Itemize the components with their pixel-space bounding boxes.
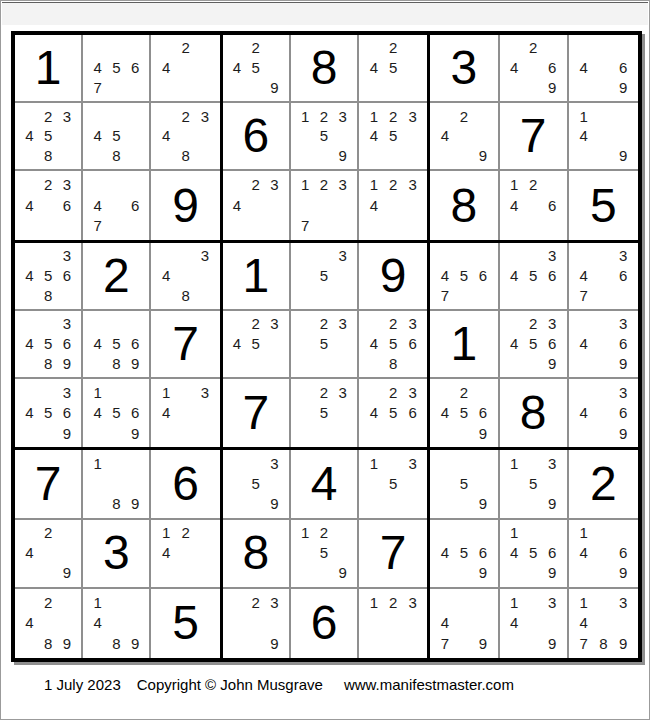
candidate-4: 4 — [505, 334, 524, 354]
candidate-7: 7 — [435, 285, 454, 305]
candidate-slot-empty — [296, 265, 315, 285]
candidate-slot-empty — [176, 543, 195, 563]
cell-r2c5[interactable]: 12359 — [291, 103, 359, 171]
given-digit: 2 — [83, 243, 149, 309]
candidate-8: 8 — [39, 633, 58, 654]
candidate-slot-empty — [20, 285, 39, 305]
candidate-5: 5 — [524, 543, 543, 563]
cell-r5c8[interactable]: 234569 — [500, 311, 569, 379]
candidate-3: 3 — [333, 174, 352, 194]
cell-r8c8[interactable]: 14569 — [500, 520, 569, 589]
candidate-slot-empty — [107, 314, 126, 334]
candidate-slot-empty — [176, 563, 195, 583]
cell-r4c8[interactable]: 3456 — [500, 243, 569, 311]
cell-r4c5[interactable]: 35 — [291, 243, 359, 311]
candidate-slot-empty — [228, 215, 247, 235]
candidate-3: 3 — [403, 106, 422, 126]
candidate-5: 5 — [107, 334, 126, 354]
pencil-marks: 2345 — [223, 311, 289, 377]
candidate-6: 6 — [126, 403, 145, 423]
candidate-3: 3 — [195, 246, 214, 266]
candidate-slot-empty — [574, 382, 594, 402]
pencil-marks: 467 — [83, 171, 149, 239]
candidate-3: 3 — [543, 314, 562, 334]
cell-r1c9[interactable]: 469 — [569, 35, 638, 103]
candidate-slot-empty — [156, 106, 175, 126]
pencil-marks: 479 — [430, 589, 497, 658]
candidate-4: 4 — [20, 543, 39, 563]
candidate-slot-empty — [505, 353, 524, 373]
candidate-8: 8 — [107, 353, 126, 373]
cell-r8c4[interactable]: 8 — [223, 520, 291, 589]
candidate-slot-empty — [107, 423, 126, 443]
candidate-6: 6 — [613, 403, 633, 423]
candidate-slot-empty — [613, 38, 633, 58]
cell-r3c9[interactable]: 5 — [569, 171, 638, 239]
candidate-2: 2 — [246, 38, 265, 58]
candidate-6: 6 — [403, 334, 422, 354]
candidate-slot-empty — [296, 334, 315, 354]
candidate-slot-empty — [195, 403, 214, 423]
candidate-9: 9 — [333, 563, 352, 583]
cell-r8c1[interactable]: 249 — [15, 520, 83, 589]
cell-r8c5[interactable]: 1259 — [291, 520, 359, 589]
candidate-9: 9 — [613, 77, 633, 97]
pencil-marks: 4569 — [430, 520, 497, 587]
candidate-slot-empty — [543, 38, 562, 58]
candidate-8: 8 — [39, 146, 58, 166]
candidate-slot-empty — [156, 146, 175, 166]
cell-r2c4[interactable]: 6 — [223, 103, 291, 171]
candidate-1: 1 — [505, 592, 524, 613]
candidate-1: 1 — [296, 106, 315, 126]
candidate-9: 9 — [126, 633, 145, 654]
cell-r8c6[interactable]: 7 — [359, 520, 427, 589]
given-digit: 2 — [569, 450, 638, 517]
candidate-4: 4 — [88, 403, 107, 423]
pencil-marks: 1259 — [291, 520, 357, 587]
candidate-slot-empty — [265, 38, 284, 58]
candidate-slot-empty — [228, 38, 247, 58]
cell-r4c9[interactable]: 3467 — [569, 243, 638, 311]
cell-r5c2[interactable]: 45689 — [83, 311, 151, 379]
cell-r3c3[interactable]: 9 — [151, 171, 219, 239]
candidate-5: 5 — [107, 403, 126, 423]
candidate-slot-empty — [315, 215, 334, 235]
pencil-marks: 234 — [223, 171, 289, 239]
candidate-slot-empty — [57, 146, 76, 166]
cell-r3c8[interactable]: 1246 — [500, 171, 569, 239]
candidate-slot-empty — [454, 126, 473, 146]
cell-r9c7[interactable]: 479 — [430, 589, 499, 658]
candidate-2: 2 — [176, 523, 195, 543]
candidate-2: 2 — [384, 106, 403, 126]
candidate-1: 1 — [296, 174, 315, 194]
candidate-slot-empty — [126, 473, 145, 493]
candidate-slot-empty — [505, 633, 524, 654]
candidate-slot-empty — [473, 613, 492, 634]
given-digit: 6 — [151, 450, 219, 517]
candidate-slot-empty — [384, 633, 403, 654]
candidate-slot-empty — [454, 285, 473, 305]
candidate-5: 5 — [39, 126, 58, 146]
pencil-marks: 469 — [569, 35, 638, 101]
candidate-5: 5 — [524, 265, 543, 285]
pencil-marks: 45689 — [83, 311, 149, 377]
cell-r6c8[interactable]: 8 — [500, 379, 569, 447]
cell-r9c8[interactable]: 1349 — [500, 589, 569, 658]
candidate-4: 4 — [88, 334, 107, 354]
candidate-slot-empty — [126, 146, 145, 166]
candidate-slot-empty — [435, 473, 454, 493]
candidate-slot-empty — [265, 334, 284, 354]
cell-r9c2[interactable]: 1489 — [83, 589, 151, 658]
cell-r5c7[interactable]: 1 — [430, 311, 499, 379]
candidate-3: 3 — [613, 592, 633, 613]
cell-r6c2[interactable]: 14569 — [83, 379, 151, 447]
candidate-5: 5 — [454, 265, 473, 285]
cell-r6c6[interactable]: 23456 — [359, 379, 427, 447]
cell-r2c8[interactable]: 7 — [500, 103, 569, 171]
pencil-marks: 1349 — [500, 589, 567, 658]
candidate-6: 6 — [543, 58, 562, 78]
candidate-3: 3 — [613, 314, 633, 334]
candidate-2: 2 — [384, 38, 403, 58]
cell-r9c9[interactable]: 134789 — [569, 589, 638, 658]
cell-r9c6[interactable]: 123 — [359, 589, 427, 658]
cell-r7c3[interactable]: 6 — [151, 450, 219, 519]
candidate-slot-empty — [88, 314, 107, 334]
candidate-slot-empty — [20, 382, 39, 402]
pencil-marks: 348 — [151, 243, 219, 309]
candidate-slot-empty — [265, 195, 284, 215]
cell-r3c1[interactable]: 2346 — [15, 171, 83, 239]
candidate-9: 9 — [265, 493, 284, 513]
candidate-slot-empty — [594, 334, 614, 354]
cell-r6c4[interactable]: 7 — [223, 379, 291, 447]
candidate-slot-empty — [543, 473, 562, 493]
candidate-slot-empty — [88, 473, 107, 493]
candidate-slot-empty — [126, 613, 145, 634]
candidate-slot-empty — [156, 77, 175, 97]
candidate-slot-empty — [524, 563, 543, 583]
pencil-marks: 34569 — [15, 379, 81, 447]
candidate-slot-empty — [403, 423, 422, 443]
cell-r9c3[interactable]: 5 — [151, 589, 219, 658]
given-digit: 1 — [15, 35, 81, 101]
cell-r2c1[interactable]: 23458 — [15, 103, 83, 171]
cell-r2c6[interactable]: 12345 — [359, 103, 427, 171]
candidate-9: 9 — [57, 423, 76, 443]
cell-r3c6[interactable]: 1234 — [359, 171, 427, 239]
candidate-8: 8 — [107, 493, 126, 513]
cell-r7c5[interactable]: 4 — [291, 450, 359, 519]
candidate-2: 2 — [246, 592, 265, 613]
candidate-slot-empty — [315, 246, 334, 266]
cell-r7c8[interactable]: 1359 — [500, 450, 569, 519]
candidate-3: 3 — [543, 246, 562, 266]
cell-r9c1[interactable]: 2489 — [15, 589, 83, 658]
candidate-slot-empty — [228, 353, 247, 373]
cell-r8c7[interactable]: 4569 — [430, 520, 499, 589]
candidate-5: 5 — [39, 403, 58, 423]
cell-r7c7[interactable]: 59 — [430, 450, 499, 519]
candidate-2: 2 — [384, 592, 403, 613]
candidate-slot-empty — [333, 353, 352, 373]
candidate-slot-empty — [296, 146, 315, 166]
candidate-slot-empty — [403, 58, 422, 78]
cell-r2c7[interactable]: 249 — [430, 103, 499, 171]
cell-r7c4[interactable]: 359 — [223, 450, 291, 519]
cell-r1c4[interactable]: 2459 — [223, 35, 291, 103]
candidate-slot-empty — [296, 563, 315, 583]
candidate-slot-empty — [435, 493, 454, 513]
candidate-1: 1 — [364, 174, 383, 194]
candidate-3: 3 — [403, 453, 422, 473]
given-digit: 3 — [430, 35, 497, 101]
candidate-slot-empty — [613, 126, 633, 146]
candidate-4: 4 — [20, 334, 39, 354]
candidate-slot-empty — [126, 38, 145, 58]
cell-r4c6[interactable]: 9 — [359, 243, 427, 311]
candidate-slot-empty — [39, 563, 58, 583]
cell-r5c9[interactable]: 3469 — [569, 311, 638, 379]
candidate-9: 9 — [126, 493, 145, 513]
cell-r5c3[interactable]: 7 — [151, 311, 219, 379]
candidate-3: 3 — [403, 382, 422, 402]
box-9: 591359245691456914694791349134789 — [430, 450, 638, 658]
cell-r1c5[interactable]: 8 — [291, 35, 359, 103]
pencil-marks: 1234 — [359, 171, 427, 239]
candidate-slot-empty — [364, 353, 383, 373]
cell-r4c1[interactable]: 34568 — [15, 243, 83, 311]
pencil-marks: 2489 — [15, 589, 81, 658]
cell-r7c1[interactable]: 7 — [15, 450, 83, 519]
candidate-9: 9 — [57, 353, 76, 373]
cell-r5c6[interactable]: 234568 — [359, 311, 427, 379]
candidate-3: 3 — [195, 382, 214, 402]
cell-r6c7[interactable]: 24569 — [430, 379, 499, 447]
candidate-slot-empty — [296, 423, 315, 443]
candidate-5: 5 — [39, 334, 58, 354]
candidate-7: 7 — [574, 285, 594, 305]
pencil-marks: 134 — [151, 379, 219, 447]
candidate-slot-empty — [88, 38, 107, 58]
cell-r8c3[interactable]: 124 — [151, 520, 219, 589]
cell-r2c9[interactable]: 149 — [569, 103, 638, 171]
candidate-slot-empty — [20, 106, 39, 126]
box-2: 245982456123591234523412371234 — [223, 35, 431, 243]
candidate-slot-empty — [20, 314, 39, 334]
given-digit: 6 — [223, 103, 289, 169]
candidate-9: 9 — [543, 633, 562, 654]
cell-r1c7[interactable]: 3 — [430, 35, 499, 103]
cell-r4c3[interactable]: 348 — [151, 243, 219, 311]
candidate-slot-empty — [20, 146, 39, 166]
candidate-slot-empty — [195, 38, 214, 58]
cell-r5c4[interactable]: 2345 — [223, 311, 291, 379]
candidate-slot-empty — [384, 453, 403, 473]
candidate-9: 9 — [543, 493, 562, 513]
candidate-slot-empty — [594, 314, 614, 334]
candidate-8: 8 — [39, 285, 58, 305]
pencil-marks: 1237 — [291, 171, 357, 239]
candidate-slot-empty — [543, 613, 562, 634]
candidate-4: 4 — [505, 265, 524, 285]
candidate-2: 2 — [384, 382, 403, 402]
candidate-slot-empty — [384, 613, 403, 634]
candidate-6: 6 — [57, 403, 76, 423]
candidate-slot-empty — [384, 146, 403, 166]
candidate-slot-empty — [364, 314, 383, 334]
given-digit: 3 — [83, 520, 149, 587]
candidate-slot-empty — [39, 195, 58, 215]
candidate-4: 4 — [435, 613, 454, 634]
candidate-slot-empty — [435, 523, 454, 543]
cell-r5c5[interactable]: 235 — [291, 311, 359, 379]
candidate-6: 6 — [473, 543, 492, 563]
candidate-6: 6 — [543, 334, 562, 354]
cell-r6c1[interactable]: 34569 — [15, 379, 83, 447]
candidate-slot-empty — [384, 493, 403, 513]
candidate-slot-empty — [39, 215, 58, 235]
candidate-9: 9 — [473, 493, 492, 513]
candidate-5: 5 — [107, 58, 126, 78]
candidate-slot-empty — [333, 403, 352, 423]
candidate-slot-empty — [315, 195, 334, 215]
candidate-slot-empty — [505, 246, 524, 266]
candidate-slot-empty — [333, 195, 352, 215]
candidate-slot-empty — [473, 453, 492, 473]
candidate-slot-empty — [454, 523, 473, 543]
cell-r7c6[interactable]: 135 — [359, 450, 427, 519]
candidate-slot-empty — [39, 314, 58, 334]
candidate-slot-empty — [435, 382, 454, 402]
candidate-slot-empty — [126, 106, 145, 126]
cell-r1c2[interactable]: 4567 — [83, 35, 151, 103]
candidate-slot-empty — [265, 215, 284, 235]
given-digit: 8 — [223, 520, 289, 587]
cell-r1c6[interactable]: 245 — [359, 35, 427, 103]
candidate-4: 4 — [435, 403, 454, 423]
pencil-marks: 4567 — [430, 243, 497, 309]
given-digit: 9 — [359, 243, 427, 309]
candidate-slot-empty — [195, 523, 214, 543]
candidate-slot-empty — [195, 543, 214, 563]
candidate-slot-empty — [473, 106, 492, 126]
pencil-marks: 35 — [291, 243, 357, 309]
pencil-marks: 359 — [223, 450, 289, 517]
cell-r9c5[interactable]: 6 — [291, 589, 359, 658]
candidate-slot-empty — [315, 353, 334, 373]
cell-r4c4[interactable]: 1 — [223, 243, 291, 311]
cell-r3c5[interactable]: 1237 — [291, 171, 359, 239]
candidate-1: 1 — [156, 382, 175, 402]
cell-r8c9[interactable]: 1469 — [569, 520, 638, 589]
cell-r7c2[interactable]: 189 — [83, 450, 151, 519]
candidate-9: 9 — [613, 146, 633, 166]
candidate-slot-empty — [296, 314, 315, 334]
candidate-slot-empty — [364, 215, 383, 235]
candidate-slot-empty — [524, 613, 543, 634]
candidate-8: 8 — [176, 146, 195, 166]
candidate-9: 9 — [613, 633, 633, 654]
candidate-1: 1 — [88, 453, 107, 473]
pencil-marks: 458 — [83, 103, 149, 169]
candidate-slot-empty — [246, 195, 265, 215]
given-digit: 9 — [151, 171, 219, 239]
candidate-3: 3 — [333, 246, 352, 266]
candidate-slot-empty — [246, 493, 265, 513]
candidate-2: 2 — [315, 174, 334, 194]
pencil-marks: 235 — [291, 379, 357, 447]
cell-r6c5[interactable]: 235 — [291, 379, 359, 447]
cell-r7c9[interactable]: 2 — [569, 450, 638, 519]
candidate-6: 6 — [126, 58, 145, 78]
cell-r8c2[interactable]: 3 — [83, 520, 151, 589]
candidate-3: 3 — [57, 314, 76, 334]
cell-r4c2[interactable]: 2 — [83, 243, 151, 311]
candidate-slot-empty — [20, 215, 39, 235]
cell-r3c2[interactable]: 467 — [83, 171, 151, 239]
candidate-5: 5 — [454, 403, 473, 423]
candidate-slot-empty — [195, 146, 214, 166]
cell-r2c2[interactable]: 458 — [83, 103, 151, 171]
given-digit: 7 — [500, 103, 567, 169]
given-digit: 4 — [291, 450, 357, 517]
candidate-9: 9 — [613, 563, 633, 583]
candidate-slot-empty — [176, 423, 195, 443]
candidate-slot-empty — [228, 592, 247, 613]
cell-r3c7[interactable]: 8 — [430, 171, 499, 239]
candidate-slot-empty — [126, 453, 145, 473]
cell-r1c3[interactable]: 24 — [151, 35, 219, 103]
candidate-slot-empty — [228, 493, 247, 513]
candidate-slot-empty — [195, 265, 214, 285]
candidate-5: 5 — [315, 126, 334, 146]
candidate-slot-empty — [228, 453, 247, 473]
cell-r5c1[interactable]: 345689 — [15, 311, 83, 379]
cell-r1c8[interactable]: 2469 — [500, 35, 569, 103]
candidate-slot-empty — [594, 403, 614, 423]
candidate-4: 4 — [20, 126, 39, 146]
pencil-marks: 14569 — [500, 520, 567, 587]
candidate-slot-empty — [176, 403, 195, 423]
cell-r1c1[interactable]: 1 — [15, 35, 83, 103]
cell-r3c4[interactable]: 234 — [223, 171, 291, 239]
cell-r6c9[interactable]: 3469 — [569, 379, 638, 447]
candidate-slot-empty — [505, 215, 524, 235]
candidate-5: 5 — [315, 265, 334, 285]
cell-r2c3[interactable]: 2348 — [151, 103, 219, 171]
sudoku-board: 1456724234584582348234646792459824561235… — [11, 31, 642, 662]
candidate-slot-empty — [107, 195, 126, 215]
cell-r4c7[interactable]: 4567 — [430, 243, 499, 311]
candidate-2: 2 — [454, 382, 473, 402]
pencil-marks: 4567 — [83, 35, 149, 101]
candidate-2: 2 — [524, 38, 543, 58]
candidate-slot-empty — [176, 246, 195, 266]
candidate-slot-empty — [246, 613, 265, 634]
candidate-slot-empty — [57, 543, 76, 563]
given-digit: 8 — [500, 379, 567, 447]
cell-r9c4[interactable]: 239 — [223, 589, 291, 658]
candidate-5: 5 — [384, 334, 403, 354]
candidate-2: 2 — [246, 314, 265, 334]
candidate-slot-empty — [265, 613, 284, 634]
cell-r6c3[interactable]: 134 — [151, 379, 219, 447]
given-digit: 7 — [15, 450, 81, 517]
